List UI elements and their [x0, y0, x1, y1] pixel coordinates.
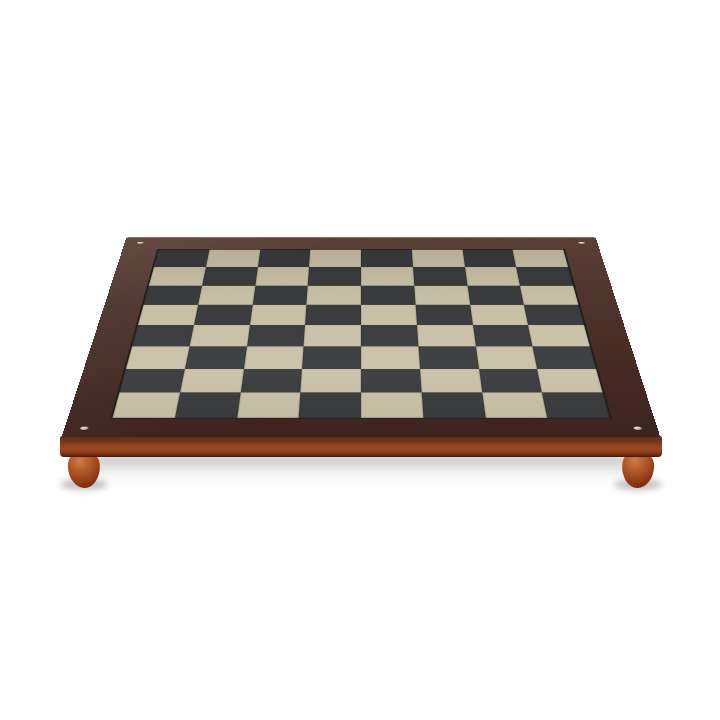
- square-r5c3: [302, 346, 361, 368]
- square-r0c1: [206, 250, 260, 268]
- square-r7c5: [421, 393, 485, 418]
- square-r1c5: [413, 267, 467, 285]
- square-r3c1: [194, 305, 253, 325]
- square-r1c2: [255, 267, 309, 285]
- square-r4c6: [473, 325, 533, 346]
- corner-screw-back-right-icon: [578, 242, 585, 244]
- square-r0c3: [309, 250, 361, 268]
- square-r3c3: [305, 305, 361, 325]
- square-r5c2: [243, 346, 303, 368]
- square-r4c0: [132, 325, 194, 346]
- square-r6c5: [420, 369, 482, 393]
- square-r2c0: [144, 285, 202, 304]
- square-r5c0: [126, 346, 189, 368]
- square-r1c3: [308, 267, 361, 285]
- square-r2c5: [414, 285, 470, 304]
- square-r3c6: [470, 305, 529, 325]
- square-r4c7: [528, 325, 590, 346]
- square-r6c6: [479, 369, 543, 393]
- square-r2c7: [520, 285, 578, 304]
- corner-screw-back-left-icon: [137, 242, 144, 244]
- square-r3c5: [415, 305, 472, 325]
- square-r7c3: [299, 393, 361, 418]
- square-r0c0: [154, 250, 209, 268]
- square-r7c6: [482, 393, 548, 418]
- square-r7c2: [237, 393, 301, 418]
- square-r3c0: [138, 305, 198, 325]
- square-r0c7: [513, 250, 568, 268]
- square-r1c4: [361, 267, 414, 285]
- board-grid: [110, 249, 612, 419]
- square-r7c7: [542, 393, 609, 418]
- product-photo: [0, 0, 720, 720]
- square-r4c1: [189, 325, 249, 346]
- square-r6c4: [361, 369, 421, 393]
- square-r7c1: [175, 393, 241, 418]
- square-r6c1: [180, 369, 244, 393]
- square-r5c7: [533, 346, 596, 368]
- corner-screw-front-left-icon: [80, 427, 89, 430]
- square-r4c4: [361, 325, 418, 346]
- chessboard: [62, 237, 660, 436]
- square-r2c3: [307, 285, 361, 304]
- square-r3c4: [361, 305, 417, 325]
- square-r2c2: [252, 285, 308, 304]
- square-r4c5: [417, 325, 476, 346]
- square-r5c6: [475, 346, 537, 368]
- square-r7c0: [113, 393, 180, 418]
- square-r1c1: [202, 267, 258, 285]
- square-r1c7: [516, 267, 573, 285]
- square-r6c0: [119, 369, 184, 393]
- square-r5c5: [418, 346, 478, 368]
- square-r2c1: [198, 285, 255, 304]
- board-cast-shadow: [78, 455, 644, 483]
- square-r6c2: [240, 369, 302, 393]
- square-r5c1: [185, 346, 247, 368]
- square-r5c4: [361, 346, 420, 368]
- square-r1c6: [465, 267, 521, 285]
- square-r0c4: [361, 250, 413, 268]
- square-r3c7: [524, 305, 584, 325]
- square-r2c4: [361, 285, 415, 304]
- square-r7c4: [361, 393, 423, 418]
- square-r0c2: [257, 250, 310, 268]
- square-r0c6: [462, 250, 516, 268]
- square-r6c3: [301, 369, 361, 393]
- square-r3c2: [250, 305, 307, 325]
- square-r4c2: [247, 325, 306, 346]
- square-r4c3: [304, 325, 361, 346]
- corner-screw-front-right-icon: [633, 427, 642, 430]
- square-r6c7: [537, 369, 602, 393]
- square-r0c5: [412, 250, 465, 268]
- square-r1c0: [149, 267, 206, 285]
- square-r2c6: [467, 285, 524, 304]
- front-apron: [60, 436, 662, 457]
